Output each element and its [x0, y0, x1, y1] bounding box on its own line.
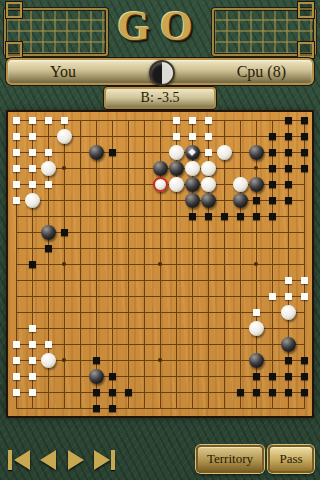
black-stone — [153, 161, 168, 176]
black-stone — [233, 193, 248, 208]
player-name-you: You — [50, 63, 76, 81]
black-territory-marker — [109, 149, 116, 156]
white-territory-marker — [189, 117, 196, 124]
white-territory-marker — [13, 117, 20, 124]
black-territory-marker — [93, 357, 100, 364]
grid-line — [304, 120, 305, 409]
grid-line — [16, 312, 305, 313]
white-stone — [169, 177, 184, 192]
white-territory-marker — [45, 341, 52, 348]
white-stone — [57, 129, 72, 144]
black-territory-marker — [93, 405, 100, 412]
black-territory-marker — [237, 389, 244, 396]
black-territory-marker — [285, 357, 292, 364]
black-territory-marker — [301, 389, 308, 396]
white-territory-marker — [29, 357, 36, 364]
black-stone — [89, 369, 104, 384]
white-territory-marker — [13, 133, 20, 140]
black-territory-marker — [45, 245, 52, 252]
black-territory-marker — [285, 117, 292, 124]
go-app-window: GO You Cpu (8) B: -3.5 Territory Pass — [0, 0, 320, 480]
white-territory-marker — [29, 117, 36, 124]
first-move-icon — [8, 450, 12, 470]
white-stone — [41, 353, 56, 368]
black-territory-marker — [253, 373, 260, 380]
black-territory-marker — [269, 181, 276, 188]
black-territory-marker — [189, 213, 196, 220]
grid-line — [288, 120, 289, 409]
white-territory-marker — [45, 117, 52, 124]
black-territory-marker — [285, 149, 292, 156]
black-territory-marker — [301, 149, 308, 156]
white-territory-marker — [189, 133, 196, 140]
black-stone — [249, 145, 264, 160]
white-stone — [201, 177, 216, 192]
white-territory-marker — [29, 341, 36, 348]
star-point — [254, 262, 258, 266]
white-territory-marker — [173, 133, 180, 140]
white-territory-marker — [29, 181, 36, 188]
nav-previous-button[interactable] — [36, 447, 60, 473]
black-territory-marker — [61, 229, 68, 236]
black-territory-marker — [285, 181, 292, 188]
star-point — [62, 262, 66, 266]
grid-line — [16, 344, 305, 345]
grid-line — [16, 280, 305, 281]
black-stone — [89, 145, 104, 160]
grid-line — [16, 296, 305, 297]
territory-button[interactable]: Territory — [196, 445, 264, 473]
right-arrow-icon — [68, 450, 84, 470]
white-territory-marker — [285, 277, 292, 284]
star-point — [62, 166, 66, 170]
white-stone — [249, 321, 264, 336]
black-stone — [249, 177, 264, 192]
nav-next-button[interactable] — [64, 447, 88, 473]
white-territory-marker — [301, 293, 308, 300]
black-territory-marker — [269, 213, 276, 220]
black-territory-marker — [253, 389, 260, 396]
black-territory-marker — [285, 373, 292, 380]
white-stone — [217, 145, 232, 160]
star-point — [254, 166, 258, 170]
black-territory-marker — [109, 389, 116, 396]
black-territory-marker — [269, 197, 276, 204]
white-territory-marker — [13, 357, 20, 364]
black-territory-marker — [253, 197, 260, 204]
score-plaque: B: -3.5 — [104, 87, 216, 109]
white-stone-red-ring — [153, 177, 168, 192]
black-territory-marker — [285, 197, 292, 204]
grid-line — [16, 392, 305, 393]
white-territory-marker — [205, 133, 212, 140]
grid-line — [16, 376, 305, 377]
white-territory-marker — [13, 165, 20, 172]
black-territory-marker — [301, 357, 308, 364]
black-stone — [41, 225, 56, 240]
black-territory-marker — [285, 133, 292, 140]
star-point — [158, 262, 162, 266]
black-territory-marker — [301, 165, 308, 172]
white-stone — [25, 193, 40, 208]
white-territory-marker — [29, 149, 36, 156]
nav-last-button[interactable] — [92, 447, 116, 473]
black-stone — [281, 337, 296, 352]
black-territory-marker — [109, 405, 116, 412]
white-stone — [185, 161, 200, 176]
black-territory-marker — [269, 373, 276, 380]
black-territory-marker — [237, 213, 244, 220]
black-stone — [169, 161, 184, 176]
black-stone — [201, 193, 216, 208]
black-stone — [249, 353, 264, 368]
left-arrow-icon — [40, 450, 56, 470]
white-territory-marker — [269, 293, 276, 300]
white-territory-marker — [205, 117, 212, 124]
black-territory-marker — [109, 373, 116, 380]
star-point — [158, 358, 162, 362]
right-arrow-icon — [94, 450, 110, 470]
white-territory-marker — [173, 117, 180, 124]
white-territory-marker — [45, 181, 52, 188]
grid-line — [224, 120, 225, 409]
white-territory-marker — [205, 149, 212, 156]
white-territory-marker — [29, 133, 36, 140]
white-territory-marker — [13, 149, 20, 156]
nav-first-button[interactable] — [8, 447, 32, 473]
last-move-diamond-icon — [188, 148, 196, 156]
black-territory-marker — [253, 213, 260, 220]
white-territory-marker — [13, 197, 20, 204]
black-stone — [185, 177, 200, 192]
app-title: GO — [0, 2, 320, 50]
turn-indicator-stone-icon — [149, 60, 175, 86]
grid-line — [272, 120, 273, 409]
white-territory-marker — [253, 309, 260, 316]
left-arrow-icon — [14, 450, 30, 470]
black-territory-marker — [269, 165, 276, 172]
white-territory-marker — [29, 389, 36, 396]
pass-button[interactable]: Pass — [268, 445, 314, 473]
black-territory-marker — [93, 389, 100, 396]
last-move-icon — [111, 450, 115, 470]
grid-line — [240, 120, 241, 409]
white-territory-marker — [29, 373, 36, 380]
white-stone — [41, 161, 56, 176]
white-territory-marker — [13, 341, 20, 348]
white-territory-marker — [45, 149, 52, 156]
star-point — [62, 358, 66, 362]
black-territory-marker — [269, 149, 276, 156]
white-territory-marker — [301, 277, 308, 284]
grid-line — [16, 408, 305, 409]
black-territory-marker — [285, 165, 292, 172]
white-territory-marker — [13, 389, 20, 396]
black-stone-last-move — [185, 145, 200, 160]
black-territory-marker — [221, 213, 228, 220]
white-stone — [169, 145, 184, 160]
black-territory-marker — [269, 389, 276, 396]
black-stone — [185, 193, 200, 208]
white-territory-marker — [29, 165, 36, 172]
black-territory-marker — [301, 117, 308, 124]
white-stone — [281, 305, 296, 320]
black-territory-marker — [301, 133, 308, 140]
white-territory-marker — [13, 181, 20, 188]
go-board[interactable] — [8, 112, 312, 416]
black-territory-marker — [29, 261, 36, 268]
white-territory-marker — [29, 325, 36, 332]
black-territory-marker — [269, 133, 276, 140]
black-territory-marker — [301, 373, 308, 380]
white-territory-marker — [61, 117, 68, 124]
white-territory-marker — [13, 373, 20, 380]
black-territory-marker — [205, 213, 212, 220]
black-territory-marker — [285, 389, 292, 396]
white-territory-marker — [285, 293, 292, 300]
white-stone — [233, 177, 248, 192]
player-name-cpu: Cpu (8) — [237, 63, 286, 81]
white-stone — [201, 161, 216, 176]
black-territory-marker — [125, 389, 132, 396]
